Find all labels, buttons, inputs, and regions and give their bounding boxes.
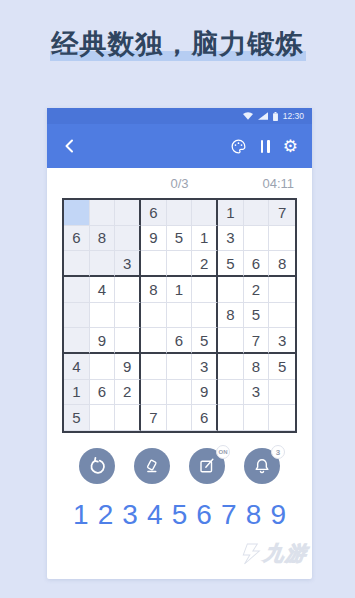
back-button[interactable] xyxy=(61,137,79,155)
number-pad: 123456789 xyxy=(47,501,312,529)
numpad-1[interactable]: 1 xyxy=(73,501,89,529)
sudoku-cell-r9c9[interactable] xyxy=(269,405,295,431)
sudoku-cell-r3c7[interactable]: 5 xyxy=(218,251,244,277)
eraser-button[interactable] xyxy=(134,448,170,484)
sudoku-cell-r5c6[interactable] xyxy=(192,303,218,329)
sudoku-cell-r1c9[interactable]: 7 xyxy=(269,200,295,226)
sudoku-cell-r2c3[interactable] xyxy=(115,226,141,252)
sudoku-cell-r4c7[interactable] xyxy=(218,277,244,303)
numpad-2[interactable]: 2 xyxy=(98,501,114,529)
palette-icon xyxy=(229,137,248,156)
notes-badge: ON xyxy=(216,445,230,459)
sudoku-cell-r9c5[interactable] xyxy=(167,405,193,431)
sudoku-cell-r2c2[interactable]: 8 xyxy=(90,226,116,252)
undo-button[interactable] xyxy=(79,448,115,484)
sudoku-cell-r5c4[interactable] xyxy=(141,303,167,329)
phone-screenshot-card: 12:30 ⚙ xyxy=(47,108,312,579)
sudoku-cell-r3c9[interactable]: 8 xyxy=(269,251,295,277)
status-time: 12:30 xyxy=(283,112,304,121)
settings-gear-icon: ⚙ xyxy=(283,138,298,155)
sudoku-cell-r4c2[interactable]: 4 xyxy=(90,277,116,303)
sudoku-cell-r7c8[interactable]: 8 xyxy=(244,354,270,380)
sudoku-cell-r8c2[interactable]: 6 xyxy=(90,380,116,406)
sudoku-cell-r2c4[interactable]: 9 xyxy=(141,226,167,252)
sudoku-cell-r3c2[interactable] xyxy=(90,251,116,277)
sudoku-cell-r8c7[interactable] xyxy=(218,380,244,406)
sudoku-cell-r7c4[interactable] xyxy=(141,354,167,380)
sudoku-cell-r6c5[interactable]: 6 xyxy=(167,328,193,354)
sudoku-cell-r5c8[interactable]: 5 xyxy=(244,303,270,329)
sudoku-cell-r9c2[interactable] xyxy=(90,405,116,431)
sudoku-cell-r1c7[interactable]: 1 xyxy=(218,200,244,226)
sudoku-cell-r8c4[interactable] xyxy=(141,380,167,406)
sudoku-cell-r9c4[interactable]: 7 xyxy=(141,405,167,431)
sudoku-cell-r7c5[interactable] xyxy=(167,354,193,380)
sudoku-cell-r9c7[interactable] xyxy=(218,405,244,431)
sudoku-grid: 61768951332568481285965734938516293576 xyxy=(62,198,297,433)
eraser-icon xyxy=(142,456,162,476)
signal-icon xyxy=(258,112,268,120)
sudoku-cell-r8c5[interactable] xyxy=(167,380,193,406)
numpad-9[interactable]: 9 xyxy=(270,501,286,529)
sudoku-cell-r5c3[interactable] xyxy=(115,303,141,329)
bell-icon xyxy=(252,456,272,476)
sudoku-cell-r2c8[interactable] xyxy=(244,226,270,252)
wifi-icon xyxy=(243,112,253,120)
sudoku-cell-r2c7[interactable]: 3 xyxy=(218,226,244,252)
sudoku-cell-r2c6[interactable]: 1 xyxy=(192,226,218,252)
numpad-3[interactable]: 3 xyxy=(122,501,138,529)
numpad-7[interactable]: 7 xyxy=(221,501,237,529)
toolbar: ON 3 xyxy=(47,448,312,484)
sudoku-cell-r6c9[interactable]: 3 xyxy=(269,328,295,354)
undo-icon xyxy=(87,456,108,477)
sudoku-cell-r7c7[interactable] xyxy=(218,354,244,380)
pause-icon xyxy=(261,140,270,153)
watermark-logo-icon xyxy=(238,542,263,566)
settings-button[interactable]: ⚙ xyxy=(283,138,298,155)
sudoku-cell-r2c5[interactable]: 5 xyxy=(167,226,193,252)
sudoku-cell-r7c9[interactable]: 5 xyxy=(269,354,295,380)
sudoku-cell-r1c8[interactable] xyxy=(244,200,270,226)
status-bar: 12:30 xyxy=(47,108,312,124)
hint-button[interactable]: 3 xyxy=(244,448,280,484)
sudoku-cell-r9c1[interactable]: 5 xyxy=(64,405,90,431)
sudoku-cell-r6c6[interactable]: 5 xyxy=(192,328,218,354)
sudoku-cell-r3c4[interactable] xyxy=(141,251,167,277)
numpad-8[interactable]: 8 xyxy=(246,501,262,529)
app-bar: ⚙ xyxy=(47,124,312,168)
sudoku-cell-r1c5[interactable] xyxy=(167,200,193,226)
numpad-5[interactable]: 5 xyxy=(172,501,188,529)
sudoku-cell-r6c2[interactable]: 9 xyxy=(90,328,116,354)
sudoku-cell-r4c5[interactable]: 1 xyxy=(167,277,193,303)
sudoku-cell-r6c7[interactable] xyxy=(218,328,244,354)
sudoku-cell-r8c6[interactable]: 9 xyxy=(192,380,218,406)
sudoku-cell-r4c1[interactable] xyxy=(64,277,90,303)
sudoku-cell-r3c5[interactable] xyxy=(167,251,193,277)
sudoku-cell-r5c1[interactable] xyxy=(64,303,90,329)
sudoku-cell-r6c3[interactable] xyxy=(115,328,141,354)
sudoku-cell-r7c6[interactable]: 3 xyxy=(192,354,218,380)
game-timer: 04:11 xyxy=(262,176,294,191)
sudoku-cell-r7c2[interactable] xyxy=(90,354,116,380)
sudoku-cell-r9c8[interactable] xyxy=(244,405,270,431)
sudoku-cell-r4c8[interactable]: 2 xyxy=(244,277,270,303)
sudoku-cell-r1c1[interactable] xyxy=(64,200,90,226)
edit-pencil-icon xyxy=(197,456,217,476)
notes-button[interactable]: ON xyxy=(189,448,225,484)
page-title: 经典数独，脑力锻炼 xyxy=(0,26,355,62)
numpad-4[interactable]: 4 xyxy=(147,501,163,529)
sudoku-cell-r9c6[interactable]: 6 xyxy=(192,405,218,431)
pause-button[interactable] xyxy=(261,140,270,153)
watermark: 九游 xyxy=(238,540,310,567)
sudoku-cell-r2c1[interactable]: 6 xyxy=(64,226,90,252)
sudoku-cell-r5c9[interactable] xyxy=(269,303,295,329)
sudoku-cell-r8c3[interactable]: 2 xyxy=(115,380,141,406)
sudoku-cell-r6c4[interactable] xyxy=(141,328,167,354)
sudoku-cell-r4c4[interactable]: 8 xyxy=(141,277,167,303)
sudoku-cell-r3c6[interactable]: 2 xyxy=(192,251,218,277)
sudoku-cell-r3c3[interactable]: 3 xyxy=(115,251,141,277)
sudoku-cell-r5c5[interactable] xyxy=(167,303,193,329)
sudoku-cell-r3c1[interactable] xyxy=(64,251,90,277)
sudoku-cell-r5c7[interactable]: 8 xyxy=(218,303,244,329)
battery-icon xyxy=(273,112,278,121)
sudoku-cell-r1c3[interactable] xyxy=(115,200,141,226)
sudoku-cell-r2c9[interactable] xyxy=(269,226,295,252)
watermark-text: 九游 xyxy=(262,540,310,567)
sudoku-cell-r4c6[interactable] xyxy=(192,277,218,303)
sudoku-cell-r1c2[interactable] xyxy=(90,200,116,226)
sudoku-cell-r6c1[interactable] xyxy=(64,328,90,354)
sudoku-cell-r4c9[interactable] xyxy=(269,277,295,303)
sudoku-cell-r8c1[interactable]: 1 xyxy=(64,380,90,406)
sudoku-cell-r5c2[interactable] xyxy=(90,303,116,329)
sudoku-cell-r3c8[interactable]: 6 xyxy=(244,251,270,277)
numpad-6[interactable]: 6 xyxy=(196,501,212,529)
sudoku-cell-r7c1[interactable]: 4 xyxy=(64,354,90,380)
back-chevron-icon xyxy=(61,137,79,155)
sudoku-cell-r6c8[interactable]: 7 xyxy=(244,328,270,354)
sudoku-cell-r4c3[interactable] xyxy=(115,277,141,303)
sudoku-cell-r8c8[interactable]: 3 xyxy=(244,380,270,406)
sudoku-cell-r1c4[interactable]: 6 xyxy=(141,200,167,226)
sudoku-cell-r1c6[interactable] xyxy=(192,200,218,226)
sudoku-cell-r7c3[interactable]: 9 xyxy=(115,354,141,380)
hud-row: 0/3 04:11 xyxy=(47,168,312,198)
sudoku-cell-r9c3[interactable] xyxy=(115,405,141,431)
sudoku-cell-r8c9[interactable] xyxy=(269,380,295,406)
theme-button[interactable] xyxy=(229,137,248,156)
hint-count-badge: 3 xyxy=(271,445,285,459)
